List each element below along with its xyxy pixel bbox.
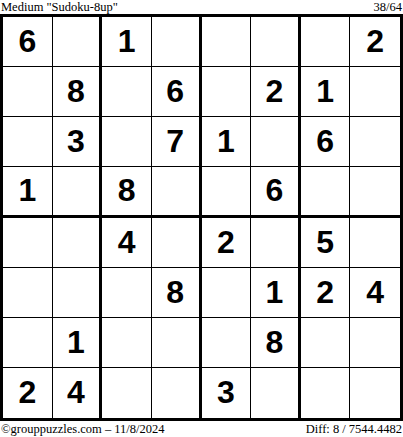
cell-r1c5-empty[interactable] [202, 17, 252, 67]
cell-r5c7-given: 5 [301, 218, 351, 268]
cell-r1c8-given: 2 [350, 17, 400, 67]
cell-r3c4-given: 7 [152, 117, 202, 167]
cell-r2c2-given: 8 [53, 67, 103, 117]
cell-r3c7-given: 6 [301, 117, 351, 167]
cell-r1c3-given: 1 [102, 17, 152, 67]
cell-r5c1-empty[interactable] [3, 218, 53, 268]
cell-r8c5-given: 3 [202, 368, 252, 418]
cell-r7c5-empty[interactable] [202, 318, 252, 368]
cell-r8c3-empty[interactable] [102, 368, 152, 418]
cell-r6c7-given: 2 [301, 268, 351, 318]
puzzle-title: Medium "Sudoku-8up" [1, 0, 118, 14]
cell-r8c1-given: 2 [3, 368, 53, 418]
cell-r4c8-empty[interactable] [350, 167, 400, 217]
copyright-text: ©grouppuzzles.com – 11/8/2024 [1, 422, 165, 437]
cell-r3c3-empty[interactable] [102, 117, 152, 167]
cell-r3c8-empty[interactable] [350, 117, 400, 167]
cell-r1c1-given: 6 [3, 17, 53, 67]
cell-r2c4-given: 6 [152, 67, 202, 117]
cell-r1c4-empty[interactable] [152, 17, 202, 67]
cell-r7c6-given: 8 [251, 318, 301, 368]
cell-r8c2-given: 4 [53, 368, 103, 418]
cell-r8c7-empty[interactable] [301, 368, 351, 418]
cell-r3c6-empty[interactable] [251, 117, 301, 167]
header: Medium "Sudoku-8up" 38/64 [0, 0, 403, 14]
cell-r2c7-given: 1 [301, 67, 351, 117]
cell-r5c5-given: 2 [202, 218, 252, 268]
footer: ©grouppuzzles.com – 11/8/2024 Diff: 8 / … [0, 421, 403, 437]
cell-r2c5-empty[interactable] [202, 67, 252, 117]
cell-r5c2-empty[interactable] [53, 218, 103, 268]
cell-r5c8-empty[interactable] [350, 218, 400, 268]
cell-r6c5-empty[interactable] [202, 268, 252, 318]
cell-r6c2-empty[interactable] [53, 268, 103, 318]
cell-r6c6-given: 1 [251, 268, 301, 318]
cell-r4c6-given: 6 [251, 167, 301, 217]
cell-r4c7-empty[interactable] [301, 167, 351, 217]
cell-r7c3-empty[interactable] [102, 318, 152, 368]
cell-r6c1-empty[interactable] [3, 268, 53, 318]
cell-r5c3-given: 4 [102, 218, 152, 268]
cell-r4c3-given: 8 [102, 167, 152, 217]
cell-r2c1-empty[interactable] [3, 67, 53, 117]
difficulty-text: Diff: 8 / 7544.4482 [306, 422, 402, 437]
cell-r7c4-empty[interactable] [152, 318, 202, 368]
cell-r7c2-given: 1 [53, 318, 103, 368]
cell-r6c3-empty[interactable] [102, 268, 152, 318]
sudoku-board: 61286213716186425812418243 [0, 14, 403, 421]
cell-r7c1-empty[interactable] [3, 318, 53, 368]
blank-count: 38/64 [374, 0, 402, 14]
cell-r8c6-empty[interactable] [251, 368, 301, 418]
cell-r5c6-empty[interactable] [251, 218, 301, 268]
cell-r4c4-empty[interactable] [152, 167, 202, 217]
cell-r5c4-empty[interactable] [152, 218, 202, 268]
cell-r6c8-given: 4 [350, 268, 400, 318]
cell-r4c1-given: 1 [3, 167, 53, 217]
cell-r8c8-empty[interactable] [350, 368, 400, 418]
sudoku-page: Medium "Sudoku-8up" 38/64 61286213716186… [0, 0, 403, 437]
cell-r1c7-empty[interactable] [301, 17, 351, 67]
cell-r1c2-empty[interactable] [53, 17, 103, 67]
cell-r3c1-empty[interactable] [3, 117, 53, 167]
cell-r4c2-empty[interactable] [53, 167, 103, 217]
cell-r6c4-given: 8 [152, 268, 202, 318]
cell-r1c6-empty[interactable] [251, 17, 301, 67]
cell-r7c8-empty[interactable] [350, 318, 400, 368]
cell-r3c2-given: 3 [53, 117, 103, 167]
cell-r4c5-empty[interactable] [202, 167, 252, 217]
cell-r7c7-empty[interactable] [301, 318, 351, 368]
cell-r3c5-given: 1 [202, 117, 252, 167]
cell-r2c8-empty[interactable] [350, 67, 400, 117]
cell-r2c3-empty[interactable] [102, 67, 152, 117]
cell-r2c6-given: 2 [251, 67, 301, 117]
cell-r8c4-empty[interactable] [152, 368, 202, 418]
